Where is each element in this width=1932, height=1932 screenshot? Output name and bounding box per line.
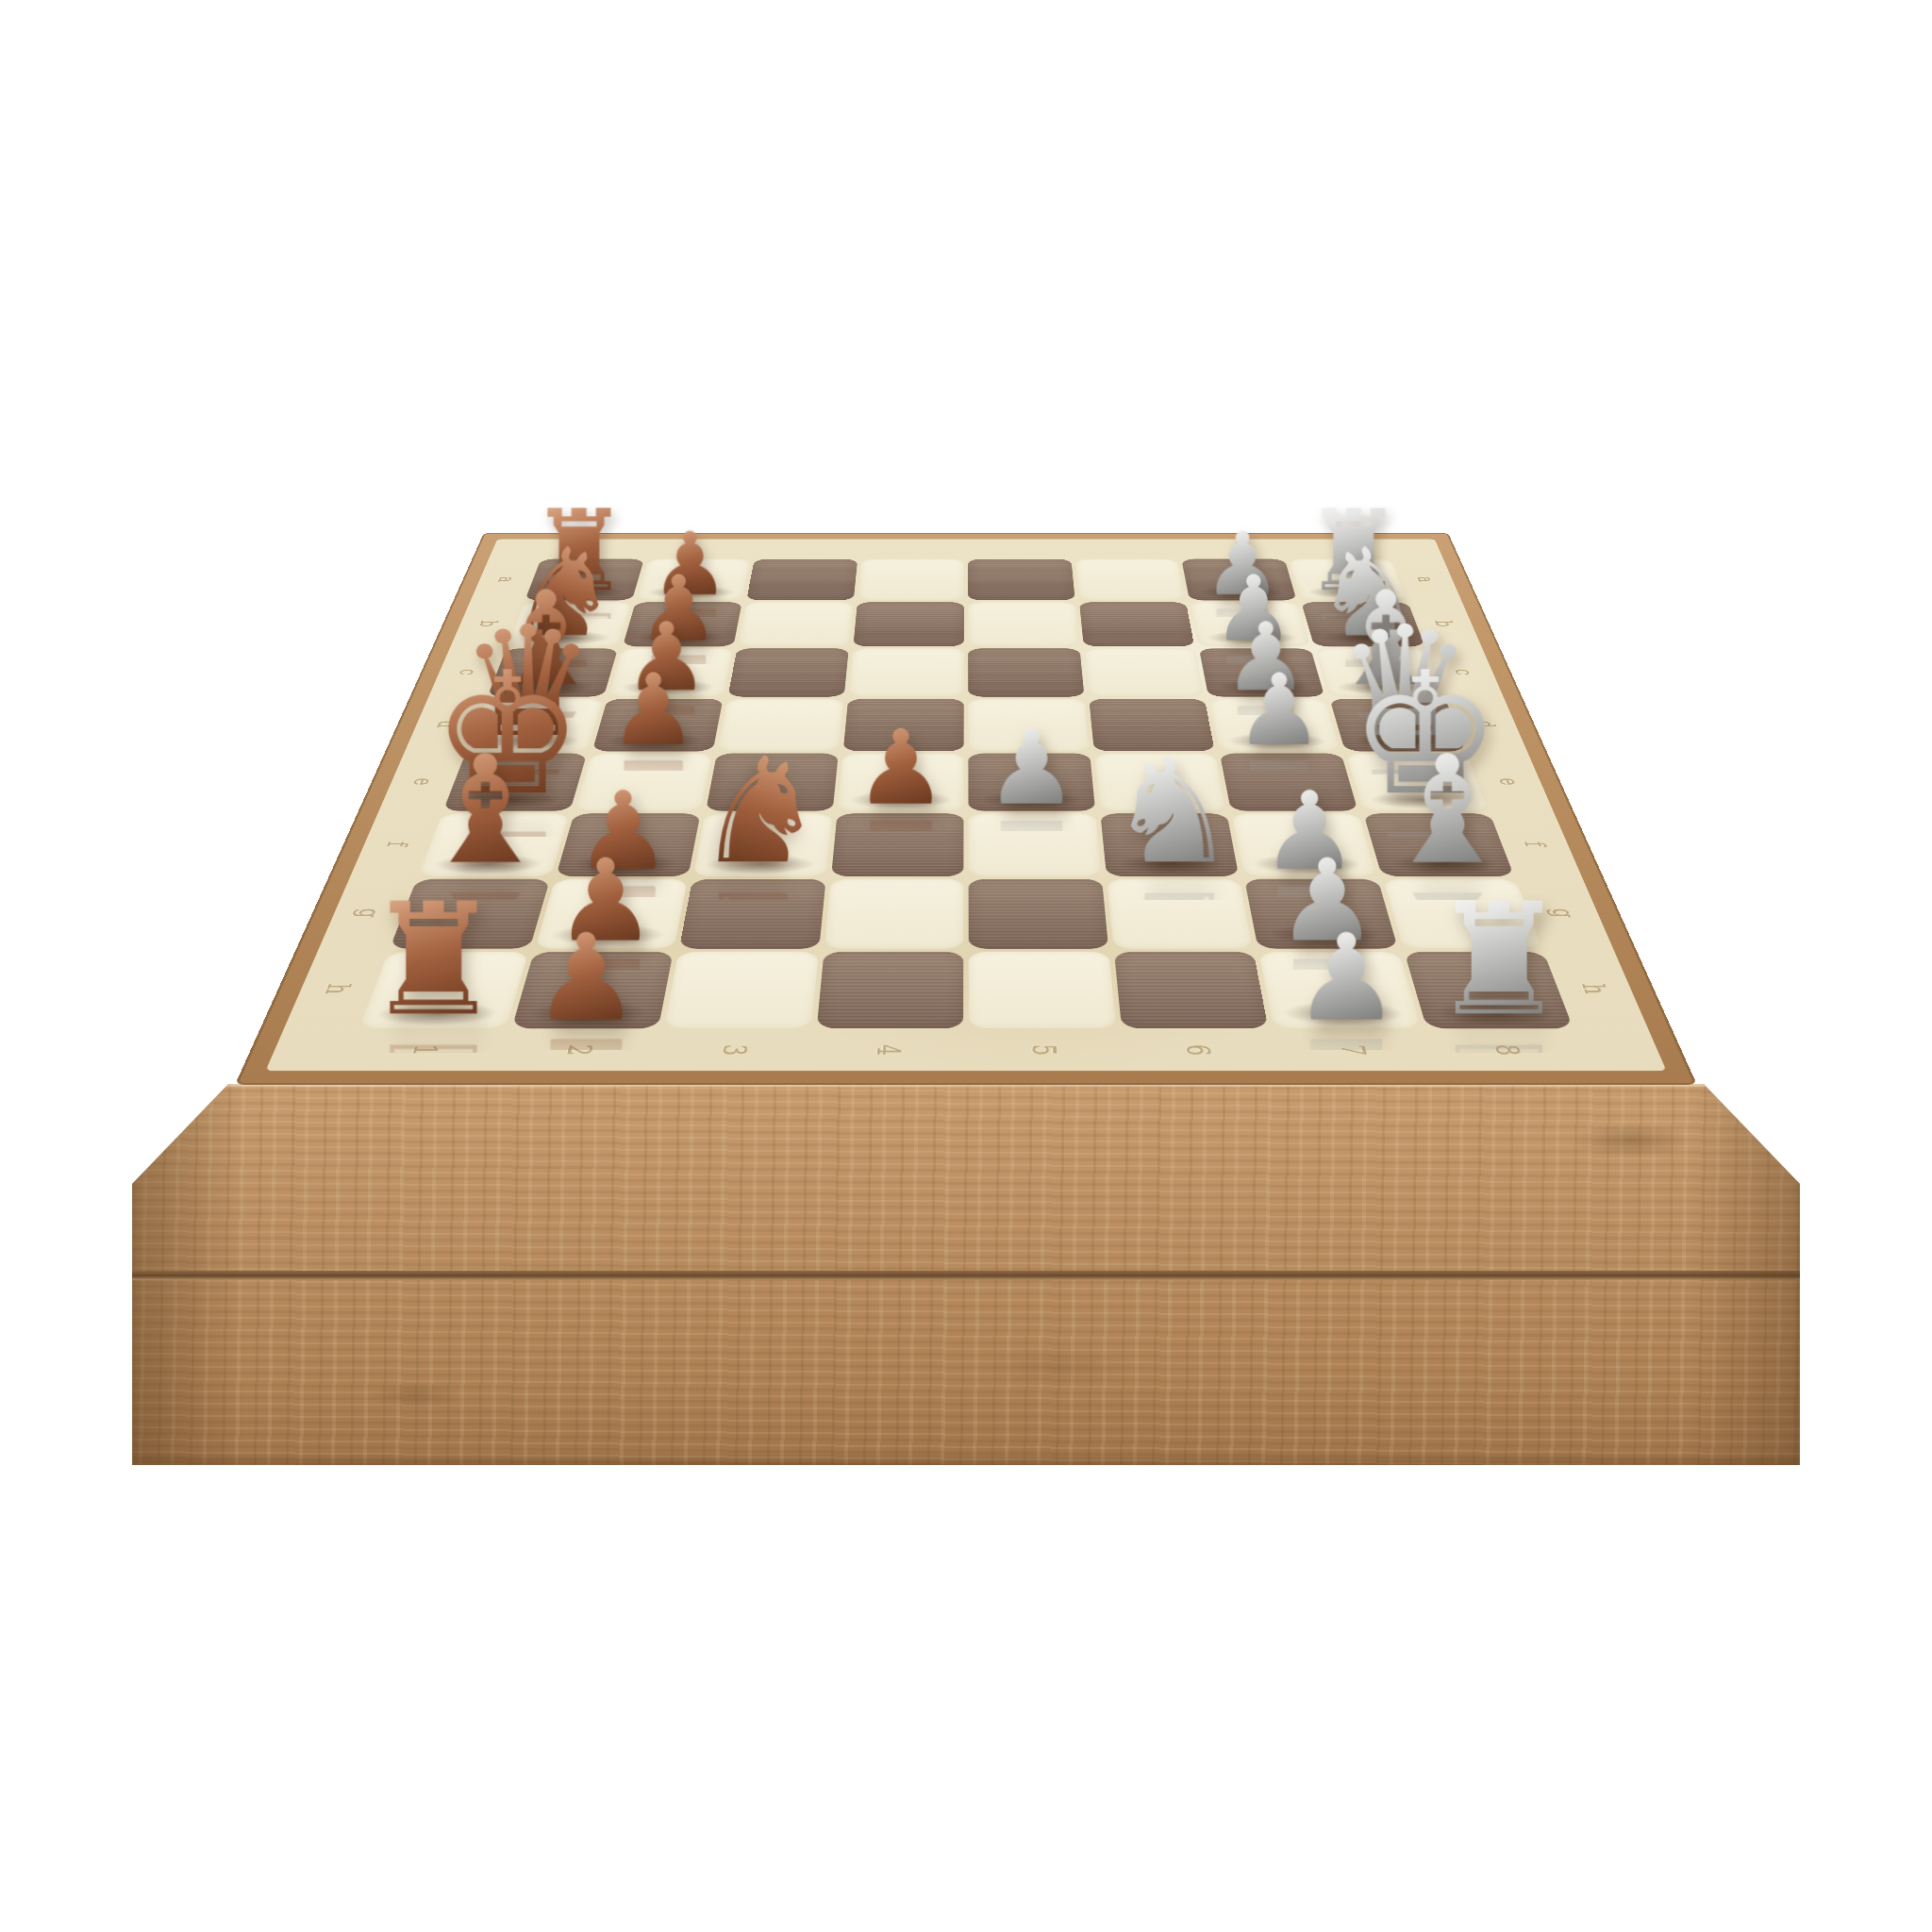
rank-label-4: 4 <box>870 1044 908 1056</box>
rank-label-8: 8 <box>1487 1044 1527 1056</box>
piece-silver-rook[interactable]: ♜ <box>1429 883 1568 1038</box>
piece-copper-knight[interactable]: ♞ <box>694 739 825 885</box>
rank-label-7: 7 <box>1333 1044 1373 1056</box>
wood-box <box>132 1084 1800 1465</box>
piece-copper-pawn[interactable]: ♟ <box>854 716 946 819</box>
piece-copper-pawn[interactable]: ♟ <box>608 660 697 759</box>
square-f3[interactable]: ♞ <box>693 813 832 876</box>
board-perspective: ♜♟♟♜♞♟♟♞♝♟♟♝♛♟♟♛♚♟♟♚♝♟♞♞♟♝♟♟♜♟♟♜ 1234567… <box>235 0 1697 1085</box>
piece-copper-pawn[interactable]: ♟ <box>532 917 640 1037</box>
piece-silver-pawn[interactable]: ♟ <box>985 716 1077 819</box>
scene: ♜♟♟♜♞♟♟♞♝♟♟♝♛♟♟♛♚♟♟♚♝♟♞♞♟♝♟♟♜♟♟♜ 1234567… <box>0 0 1932 1932</box>
piece-silver-knight[interactable]: ♞ <box>1107 739 1238 885</box>
square-e4[interactable]: ♟ <box>837 754 963 811</box>
chess-board: ♜♟♟♜♞♟♟♞♝♟♟♝♛♟♟♛♚♟♟♚♝♟♞♞♟♝♟♟♜♟♟♜ 1234567… <box>235 533 1697 1085</box>
piece-silver-pawn[interactable]: ♟ <box>1292 917 1400 1037</box>
square-e5[interactable]: ♟ <box>968 754 1094 811</box>
square-f1[interactable]: ♝ <box>418 813 569 876</box>
square-f8[interactable]: ♝ <box>1363 813 1514 876</box>
file-label-h-right: h <box>1574 984 1614 994</box>
piece-silver-pawn[interactable]: ♟ <box>1235 660 1324 759</box>
piece-copper-rook[interactable]: ♜ <box>364 883 503 1038</box>
piece-silver-bishop[interactable]: ♝ <box>1380 736 1514 885</box>
file-label-f-left: f <box>380 841 414 846</box>
rank-label-3: 3 <box>715 1044 754 1056</box>
rank-label-5: 5 <box>1024 1044 1062 1056</box>
file-label-f-right: f <box>1518 841 1552 846</box>
rank-label-1: 1 <box>405 1044 445 1056</box>
file-label-h-left: h <box>318 984 358 994</box>
piece-copper-bishop[interactable]: ♝ <box>418 736 552 885</box>
box-seam <box>132 1271 1800 1280</box>
square-f6[interactable]: ♞ <box>1100 813 1239 876</box>
rank-label-2: 2 <box>559 1044 599 1056</box>
rank-label-6: 6 <box>1178 1044 1217 1056</box>
square-h8[interactable]: ♜ <box>1404 951 1574 1028</box>
